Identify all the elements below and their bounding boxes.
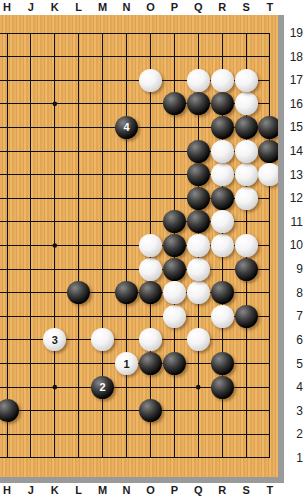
row-label-16: 16 xyxy=(290,98,303,110)
row-label-18: 18 xyxy=(290,51,303,63)
stone-black-P5 xyxy=(163,352,186,375)
star-point xyxy=(53,243,58,248)
stone-black-R5 xyxy=(211,352,234,375)
column-label-Q: Q xyxy=(194,0,203,15)
column-label-K: K xyxy=(51,483,59,498)
column-label-J: J xyxy=(28,0,34,15)
stone-white-S14 xyxy=(235,140,258,163)
stone-white-S13 xyxy=(235,163,258,186)
column-label-P: P xyxy=(171,0,178,15)
stone-black-N15: 4 xyxy=(115,116,138,139)
row-label-14: 14 xyxy=(290,145,303,157)
stone-white-O10 xyxy=(139,234,162,257)
stone-white-S16 xyxy=(235,92,258,115)
column-label-L: L xyxy=(75,483,82,498)
stone-black-Q13 xyxy=(187,163,210,186)
stone-black-O5 xyxy=(139,352,162,375)
bottom-coordinate-labels: HJKLMNOPQRST xyxy=(0,483,308,500)
right-coordinate-labels: 19181716151413121110987654321 xyxy=(284,15,308,483)
stone-black-P9 xyxy=(163,258,186,281)
stone-white-S17 xyxy=(235,69,258,92)
column-label-T: T xyxy=(267,0,274,15)
stone-black-Q12 xyxy=(187,187,210,210)
stone-white-O17 xyxy=(139,69,162,92)
row-label-4: 4 xyxy=(296,381,303,393)
column-label-R: R xyxy=(218,0,226,15)
column-label-P: P xyxy=(171,483,178,498)
stone-black-R12 xyxy=(211,187,234,210)
stone-black-Q14 xyxy=(187,140,210,163)
row-label-8: 8 xyxy=(296,287,303,299)
row-label-17: 17 xyxy=(290,74,303,86)
stone-black-R16 xyxy=(211,92,234,115)
stone-black-T15 xyxy=(258,116,278,139)
star-point xyxy=(53,102,58,107)
stone-black-R8 xyxy=(211,281,234,304)
column-label-H: H xyxy=(3,483,11,498)
stone-black-S15 xyxy=(235,116,258,139)
stone-white-R11 xyxy=(211,210,234,233)
stone-black-T14 xyxy=(258,140,278,163)
row-label-12: 12 xyxy=(290,192,303,204)
column-label-H: H xyxy=(3,0,11,15)
stone-white-N5: 1 xyxy=(115,352,138,375)
star-point xyxy=(53,385,58,390)
stone-black-R15 xyxy=(211,116,234,139)
column-label-S: S xyxy=(242,483,249,498)
column-label-M: M xyxy=(98,0,107,15)
row-label-2: 2 xyxy=(296,428,303,440)
row-label-13: 13 xyxy=(290,169,303,181)
row-label-6: 6 xyxy=(296,334,303,346)
star-point xyxy=(196,385,201,390)
stone-white-Q9 xyxy=(187,258,210,281)
stone-white-O9 xyxy=(139,258,162,281)
column-label-T: T xyxy=(267,483,274,498)
stone-black-R4 xyxy=(211,376,234,399)
column-label-Q: Q xyxy=(194,483,203,498)
column-label-O: O xyxy=(146,483,155,498)
stone-black-S7 xyxy=(235,305,258,328)
go-board[interactable]: 2431 xyxy=(0,15,278,477)
stone-white-R13 xyxy=(211,163,234,186)
stone-white-R14 xyxy=(211,140,234,163)
go-diagram-screen: HJKLMNOPQRST 2431 1918171615141312111098… xyxy=(0,0,308,500)
stone-white-R17 xyxy=(211,69,234,92)
top-coordinate-labels: HJKLMNOPQRST xyxy=(0,0,308,15)
row-label-19: 19 xyxy=(290,27,303,39)
stone-black-M4: 2 xyxy=(91,376,114,399)
column-label-L: L xyxy=(75,0,82,15)
stone-white-Q8 xyxy=(187,281,210,304)
column-label-R: R xyxy=(218,483,226,498)
row-label-15: 15 xyxy=(290,121,303,133)
stone-white-S10 xyxy=(235,234,258,257)
column-label-N: N xyxy=(123,0,131,15)
row-label-10: 10 xyxy=(290,239,303,251)
row-label-11: 11 xyxy=(291,216,303,228)
stone-black-Q16 xyxy=(187,92,210,115)
row-label-9: 9 xyxy=(296,263,303,275)
column-label-K: K xyxy=(51,0,59,15)
stone-white-P8 xyxy=(163,281,186,304)
column-label-O: O xyxy=(146,0,155,15)
column-label-N: N xyxy=(123,483,131,498)
stone-black-Q11 xyxy=(187,210,210,233)
row-label-1: 1 xyxy=(296,452,303,464)
row-label-3: 3 xyxy=(296,405,303,417)
stone-black-S9 xyxy=(235,258,258,281)
stone-black-P10 xyxy=(163,234,186,257)
row-label-7: 7 xyxy=(296,310,303,322)
stone-white-T13 xyxy=(258,163,278,186)
stone-white-Q17 xyxy=(187,69,210,92)
stone-white-R7 xyxy=(211,305,234,328)
column-label-M: M xyxy=(98,483,107,498)
column-label-J: J xyxy=(28,483,34,498)
stone-white-P7 xyxy=(163,305,186,328)
stone-white-Q10 xyxy=(187,234,210,257)
column-label-S: S xyxy=(242,0,249,15)
stone-white-R10 xyxy=(211,234,234,257)
stone-white-S12 xyxy=(235,187,258,210)
row-label-5: 5 xyxy=(296,358,303,370)
